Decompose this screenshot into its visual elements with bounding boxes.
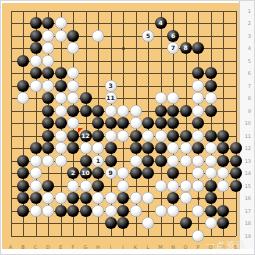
- white-stone-G12: [80, 142, 92, 154]
- white-stone-O13: [180, 155, 192, 167]
- white-stone-D16: [42, 192, 54, 204]
- black-stone-G17: [80, 205, 92, 217]
- white-stone-D17: [42, 205, 54, 217]
- white-stone-J15: [117, 180, 129, 192]
- white-stone-M17: [155, 205, 167, 217]
- white-stone-E8: [55, 92, 67, 104]
- white-stone-N17: [167, 205, 179, 217]
- white-stone-I9: [105, 105, 117, 117]
- black-stone-I10: [105, 117, 117, 129]
- white-stone-Q8: [205, 92, 217, 104]
- white-stone-D7: [42, 80, 54, 92]
- white-stone-C5: [30, 55, 42, 67]
- white-stone-P11: [192, 130, 204, 142]
- white-stone-K9: [130, 105, 142, 117]
- go-board-diagram: 12345678910111213141516171819 4567831112…: [0, 0, 255, 255]
- black-stone-H10: [92, 117, 104, 129]
- move-6-stone: 6: [167, 30, 179, 42]
- black-stone-D11: [42, 130, 54, 142]
- white-stone-J11: [117, 130, 129, 142]
- black-stone-M13: [155, 155, 167, 167]
- white-stone-C15: [30, 180, 42, 192]
- white-stone-O16: [180, 192, 192, 204]
- white-stone-P15: [192, 180, 204, 192]
- black-stone-R13: [217, 155, 229, 167]
- black-stone-O9: [180, 105, 192, 117]
- black-stone-M9: [155, 105, 167, 117]
- black-stone-C6: [30, 67, 42, 79]
- black-stone-L12: [142, 142, 154, 154]
- black-stone-N10: [167, 117, 179, 129]
- black-stone-B7: [17, 80, 29, 92]
- black-stone-H14: [92, 167, 104, 179]
- black-stone-D6: [42, 67, 54, 79]
- black-stone-J10: [117, 117, 129, 129]
- white-stone-E2: [55, 17, 67, 29]
- white-stone-F7: [67, 80, 79, 92]
- black-stone-Q7: [205, 80, 217, 92]
- black-stone-Q17: [205, 205, 217, 217]
- white-stone-E12: [55, 142, 67, 154]
- black-stone-C3: [30, 30, 42, 42]
- black-stone-J17: [117, 205, 129, 217]
- black-stone-L14: [142, 167, 154, 179]
- white-stone-D5: [42, 55, 54, 67]
- black-stone-D2: [42, 17, 54, 29]
- white-stone-M15: [155, 180, 167, 192]
- white-stone-M11: [155, 130, 167, 142]
- white-stone-G15: [80, 180, 92, 192]
- black-stone-E17: [55, 205, 67, 217]
- black-stone-S13: [230, 155, 242, 167]
- black-stone-Q6: [205, 67, 217, 79]
- white-stone-P9: [192, 105, 204, 117]
- white-stone-H3: [92, 30, 104, 42]
- black-stone-B16: [17, 192, 29, 204]
- white-stone-Q12: [205, 142, 217, 154]
- black-stone-J18: [117, 217, 129, 229]
- white-stone-R14: [217, 167, 229, 179]
- black-stone-I12: [105, 142, 117, 154]
- white-stone-N8: [167, 92, 179, 104]
- move-3-stone: 3: [105, 80, 117, 92]
- white-stone-I16: [105, 192, 117, 204]
- move-5-stone: 5: [142, 30, 154, 42]
- black-stone-G13: [80, 155, 92, 167]
- black-stone-C4: [30, 42, 42, 54]
- white-stone-P19: [192, 230, 204, 242]
- black-stone-P6: [192, 67, 204, 79]
- black-stone-B14: [17, 167, 29, 179]
- black-stone-D12: [42, 142, 54, 154]
- black-stone-S15: [230, 180, 242, 192]
- white-stone-J14: [117, 167, 129, 179]
- white-stone-L11: [142, 130, 154, 142]
- white-stone-Q13: [205, 155, 217, 167]
- white-stone-H12: [92, 142, 104, 154]
- black-stone-B17: [17, 205, 29, 217]
- move-8-stone: 8: [180, 42, 192, 54]
- black-stone-O18: [180, 217, 192, 229]
- white-stone-Q14: [205, 167, 217, 179]
- white-stone-P13: [192, 155, 204, 167]
- black-stone-R11: [217, 130, 229, 142]
- black-stone-H9: [92, 105, 104, 117]
- white-stone-F8: [67, 92, 79, 104]
- white-stone-M8: [155, 92, 167, 104]
- black-stone-Q16: [205, 192, 217, 204]
- black-stone-F9: [67, 105, 79, 117]
- grid-line: [223, 11, 224, 236]
- black-stone-K12: [130, 142, 142, 154]
- white-stone-D4: [42, 42, 54, 54]
- black-stone-F17: [67, 205, 79, 217]
- black-stone-H15: [92, 180, 104, 192]
- black-stone-H11: [92, 130, 104, 142]
- black-stone-D10: [42, 117, 54, 129]
- black-stone-B15: [17, 180, 29, 192]
- star-point: [122, 47, 125, 50]
- black-stone-D8: [42, 92, 54, 104]
- black-stone-B13: [17, 155, 29, 167]
- white-stone-O12: [180, 142, 192, 154]
- white-stone-K16: [130, 192, 142, 204]
- grid-line: [236, 11, 237, 236]
- white-stone-C7: [30, 80, 42, 92]
- black-stone-K11: [130, 130, 142, 142]
- move-9-stone: 9: [105, 167, 117, 179]
- white-stone-F6: [67, 67, 79, 79]
- black-stone-F12: [67, 142, 79, 154]
- black-stone-O11: [180, 130, 192, 142]
- move-4-stone: 4: [155, 17, 167, 29]
- black-stone-R17: [217, 205, 229, 217]
- white-stone-P7: [192, 80, 204, 92]
- white-stone-F15: [67, 180, 79, 192]
- white-stone-E11: [55, 130, 67, 142]
- white-stone-O15: [180, 180, 192, 192]
- black-stone-G16: [80, 192, 92, 204]
- black-stone-G8: [80, 92, 92, 104]
- white-stone-N13: [167, 155, 179, 167]
- black-stone-N9: [167, 105, 179, 117]
- move-10-stone: 10: [80, 167, 92, 179]
- black-stone-E10: [55, 117, 67, 129]
- black-stone-F3: [67, 30, 79, 42]
- black-stone-N14: [167, 167, 179, 179]
- black-stone-J16: [117, 192, 129, 204]
- black-stone-D9: [42, 105, 54, 117]
- star-point: [197, 197, 200, 200]
- black-stone-F16: [67, 192, 79, 204]
- white-stone-I11: [105, 130, 117, 142]
- black-stone-I13: [105, 155, 117, 167]
- white-stone-E3: [55, 30, 67, 42]
- board-grid: 456783111212109ABCDEFGHIJKLMNOPQRS: [1, 1, 255, 255]
- black-stone-B5: [17, 55, 29, 67]
- black-stone-P10: [192, 117, 204, 129]
- black-stone-C2: [30, 17, 42, 29]
- white-stone-Q18: [205, 217, 217, 229]
- move-7-stone: 7: [167, 42, 179, 54]
- black-stone-E6: [55, 67, 67, 79]
- black-stone-S12: [230, 142, 242, 154]
- white-stone-H16: [92, 192, 104, 204]
- white-stone-K17: [130, 205, 142, 217]
- white-stone-R15: [217, 180, 229, 192]
- move-1-stone: 1: [92, 155, 104, 167]
- black-stone-N11: [167, 130, 179, 142]
- black-stone-N16: [167, 192, 179, 204]
- white-stone-J9: [117, 105, 129, 117]
- white-stone-D13: [42, 155, 54, 167]
- white-stone-H17: [92, 205, 104, 217]
- white-stone-F4: [67, 42, 79, 54]
- black-stone-M10: [155, 117, 167, 129]
- white-stone-E16: [55, 192, 67, 204]
- black-stone-I18: [105, 217, 117, 229]
- black-stone-P4: [192, 42, 204, 54]
- black-stone-P12: [192, 142, 204, 154]
- move-12-stone: 12: [80, 130, 92, 142]
- white-stone-D3: [42, 30, 54, 42]
- white-stone-P8: [192, 92, 204, 104]
- white-stone-L16: [142, 192, 154, 204]
- black-stone-R12: [217, 142, 229, 154]
- white-stone-B8: [17, 92, 29, 104]
- white-stone-N12: [167, 142, 179, 154]
- last-move-marker: [78, 128, 83, 133]
- white-stone-I17: [105, 205, 117, 217]
- black-stone-L10: [142, 117, 154, 129]
- white-stone-P14: [192, 167, 204, 179]
- black-stone-M12: [155, 142, 167, 154]
- black-stone-C12: [30, 142, 42, 154]
- black-stone-Q11: [205, 130, 217, 142]
- black-stone-R18: [217, 217, 229, 229]
- black-stone-E7: [55, 80, 67, 92]
- black-stone-S14: [230, 167, 242, 179]
- white-stone-N15: [167, 180, 179, 192]
- black-stone-G9: [80, 105, 92, 117]
- watermark: 一点资讯: [206, 239, 246, 252]
- black-stone-C16: [30, 192, 42, 204]
- white-stone-E9: [55, 105, 67, 117]
- black-stone-D15: [42, 180, 54, 192]
- move-2-stone: 2: [67, 167, 79, 179]
- white-stone-K13: [130, 155, 142, 167]
- move-11-stone: 11: [105, 92, 117, 104]
- white-stone-C13: [30, 155, 42, 167]
- white-stone-K10: [130, 117, 142, 129]
- white-stone-C14: [30, 167, 42, 179]
- black-stone-Q9: [205, 105, 217, 117]
- black-stone-K14: [130, 167, 142, 179]
- white-stone-P17: [192, 205, 204, 217]
- white-stone-L18: [142, 217, 154, 229]
- black-stone-Q15: [205, 180, 217, 192]
- black-stone-L13: [142, 155, 154, 167]
- white-stone-C17: [30, 205, 42, 217]
- white-stone-E13: [55, 155, 67, 167]
